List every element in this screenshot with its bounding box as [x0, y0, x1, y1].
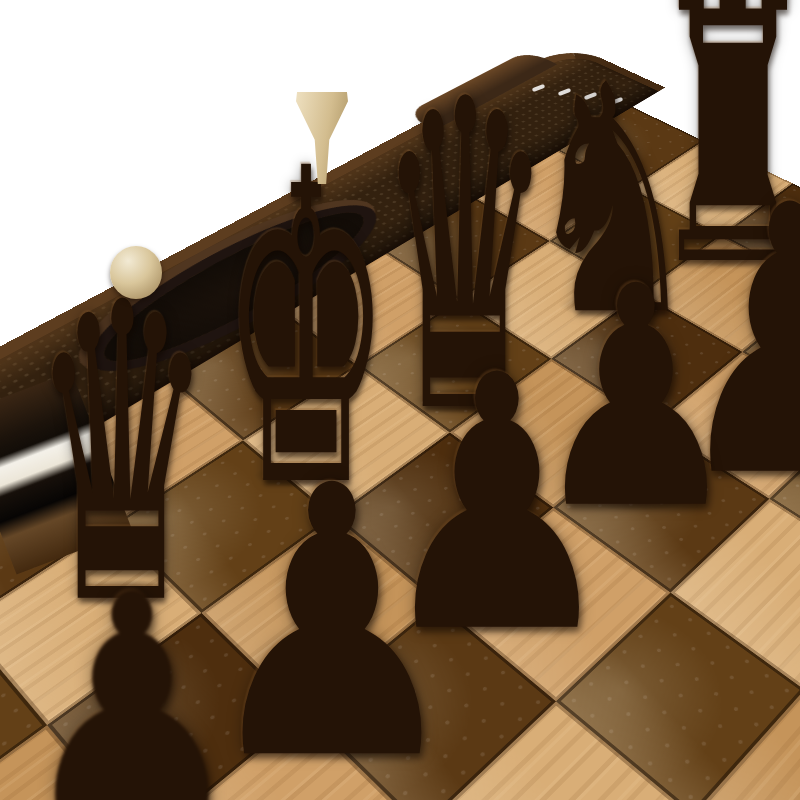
pieces-layer: ♛♚♛♞♜♟♟♟♟♟ — [0, 0, 800, 800]
black-pawn-glyph: ♟ — [17, 556, 246, 800]
queen-light-finial — [110, 246, 162, 299]
photo-scene: ♛♚♛♞♜♟♟♟♟♟ — [0, 0, 800, 800]
